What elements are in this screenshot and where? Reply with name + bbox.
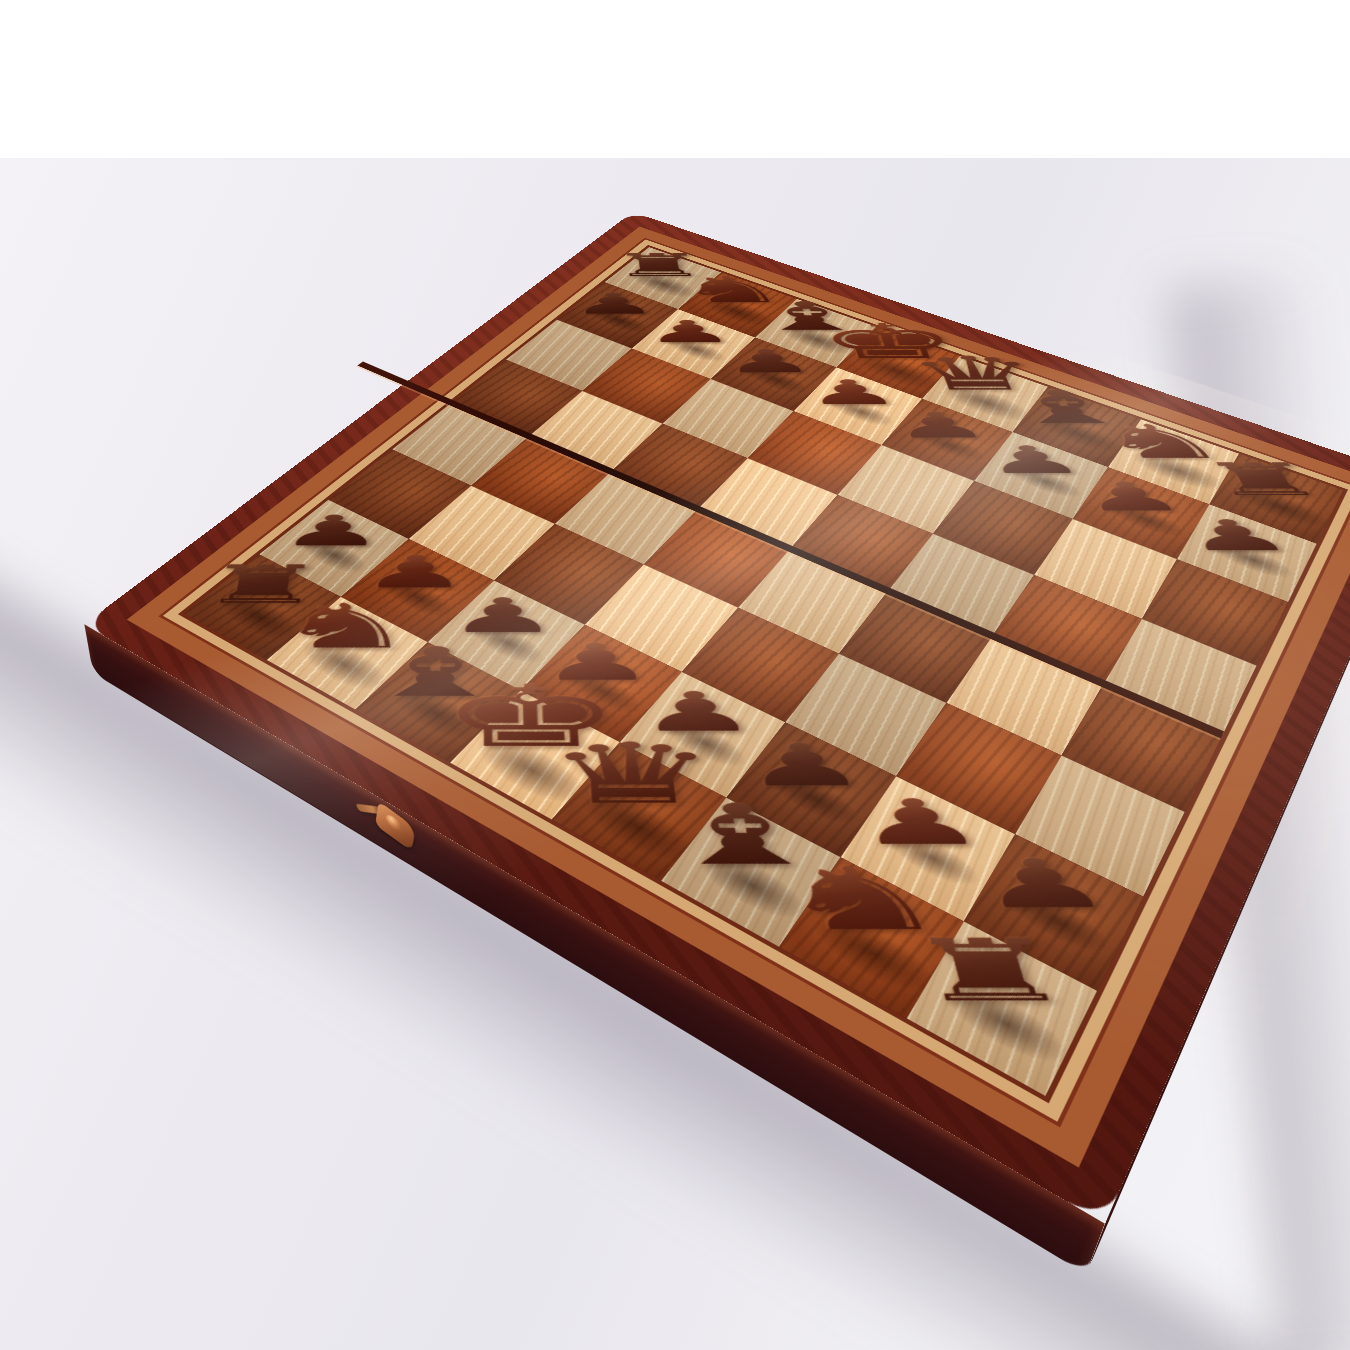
board-grid: ♜♞♝♚♛♝♞♜♟♟♟♟♟♟♟♟♟♟♟♟♟♟♟♟♜♞♝♚♛♝♞♜ (184, 247, 1343, 1096)
chess-board: ♜♞♝♚♛♝♞♜♟♟♟♟♟♟♟♟♟♟♟♟♟♟♟♟♜♞♝♚♛♝♞♜ (184, 247, 1343, 1096)
piece-knight-g1[interactable]: ♞ (270, 596, 418, 658)
piece-pawn-a2[interactable]: ♟ (965, 850, 1119, 918)
piece-queen-d8[interactable]: ♛ (900, 350, 1050, 397)
chess-product-photo: ♜♞♝♚♛♝♞♜♟♟♟♟♟♟♟♟♟♟♟♟♟♟♟♟♜♞♝♚♛♝♞♜ (0, 0, 1350, 1350)
piece-pawn-b2[interactable]: ♟ (847, 791, 991, 854)
piece-pawn-f7[interactable]: ♟ (719, 345, 818, 377)
backdrop: ♜♞♝♚♛♝♞♜♟♟♟♟♟♟♟♟♟♟♟♟♟♟♟♟♜♞♝♚♛♝♞♜ (0, 158, 1350, 1350)
piece-rook-a1[interactable]: ♜ (898, 928, 1083, 1014)
piece-rook-a8[interactable]: ♜ (1192, 457, 1335, 502)
white-letterbox-padding (0, 0, 1350, 158)
copper-clasp[interactable] (365, 792, 416, 858)
piece-knight-b8[interactable]: ♞ (1087, 419, 1236, 466)
folding-chess-box: ♜♞♝♚♛♝♞♜♟♟♟♟♟♟♟♟♟♟♟♟♟♟♟♟♜♞♝♚♛♝♞♜ (84, 212, 1350, 1224)
scene-3d: ♜♞♝♚♛♝♞♜♟♟♟♟♟♟♟♟♟♟♟♟♟♟♟♟♜♞♝♚♛♝♞♜ (0, 158, 1350, 1350)
square-h3[interactable] (328, 450, 471, 539)
piece-pawn-b7[interactable]: ♟ (1070, 477, 1192, 517)
piece-pawn-h2[interactable]: ♟ (277, 510, 386, 552)
